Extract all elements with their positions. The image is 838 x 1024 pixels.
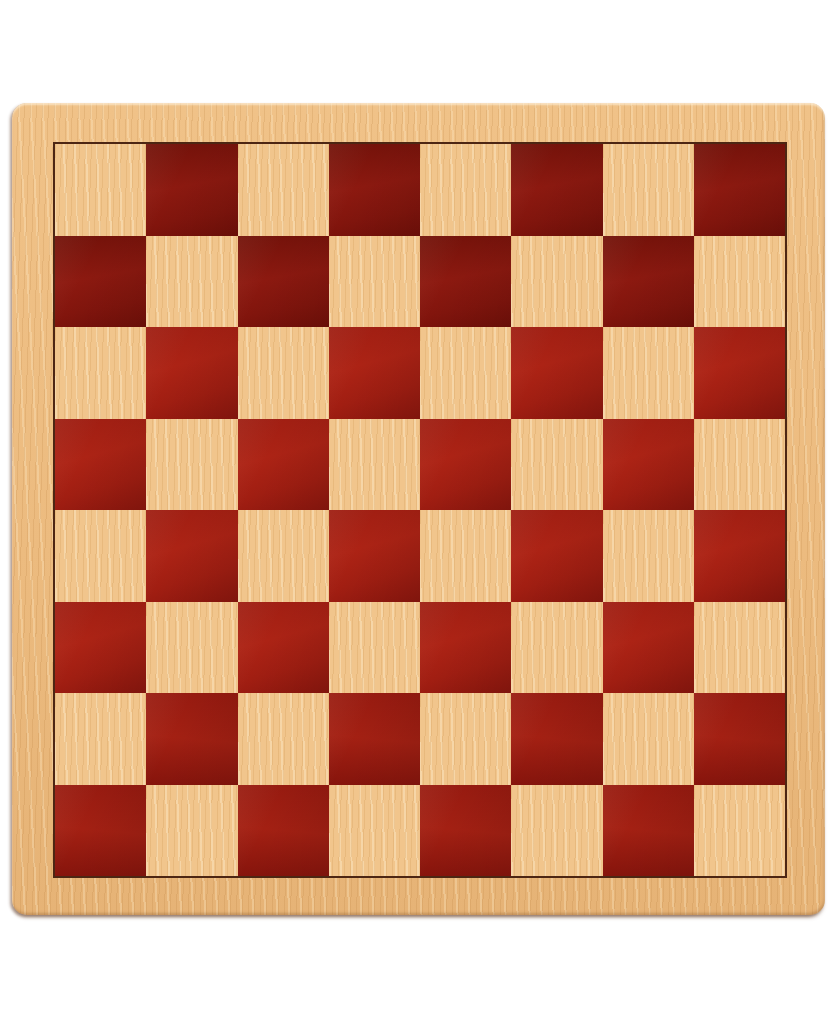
square-h6[interactable] [694,327,785,419]
square-f6[interactable] [511,327,602,419]
square-c1[interactable] [238,785,329,877]
square-h1[interactable] [694,785,785,877]
square-a3[interactable] [55,602,146,694]
square-d4[interactable] [329,510,420,602]
square-a7[interactable] [55,236,146,328]
square-g2[interactable] [603,693,694,785]
square-g7[interactable] [603,236,694,328]
playing-area [53,142,787,878]
square-e8[interactable] [420,144,511,236]
square-f3[interactable] [511,602,602,694]
square-f1[interactable] [511,785,602,877]
square-b1[interactable] [146,785,237,877]
square-d7[interactable] [329,236,420,328]
square-g1[interactable] [603,785,694,877]
square-h2[interactable] [694,693,785,785]
square-g8[interactable] [603,144,694,236]
square-e4[interactable] [420,510,511,602]
square-b6[interactable] [146,327,237,419]
square-e5[interactable] [420,419,511,511]
square-b7[interactable] [146,236,237,328]
square-a5[interactable] [55,419,146,511]
square-a8[interactable] [55,144,146,236]
square-g6[interactable] [603,327,694,419]
square-g4[interactable] [603,510,694,602]
square-e6[interactable] [420,327,511,419]
square-e1[interactable] [420,785,511,877]
square-a1[interactable] [55,785,146,877]
square-f4[interactable] [511,510,602,602]
square-f2[interactable] [511,693,602,785]
square-e7[interactable] [420,236,511,328]
square-c6[interactable] [238,327,329,419]
square-d5[interactable] [329,419,420,511]
square-c5[interactable] [238,419,329,511]
square-b2[interactable] [146,693,237,785]
square-d8[interactable] [329,144,420,236]
square-b4[interactable] [146,510,237,602]
square-d1[interactable] [329,785,420,877]
square-h4[interactable] [694,510,785,602]
checkerboard [12,103,825,915]
square-c8[interactable] [238,144,329,236]
product-photo-background [0,0,838,1024]
square-f7[interactable] [511,236,602,328]
square-f5[interactable] [511,419,602,511]
square-b3[interactable] [146,602,237,694]
square-a2[interactable] [55,693,146,785]
square-d2[interactable] [329,693,420,785]
square-c7[interactable] [238,236,329,328]
square-g5[interactable] [603,419,694,511]
square-e3[interactable] [420,602,511,694]
square-e2[interactable] [420,693,511,785]
square-d3[interactable] [329,602,420,694]
square-a6[interactable] [55,327,146,419]
square-h3[interactable] [694,602,785,694]
square-c2[interactable] [238,693,329,785]
square-c3[interactable] [238,602,329,694]
square-g3[interactable] [603,602,694,694]
square-h8[interactable] [694,144,785,236]
square-h5[interactable] [694,419,785,511]
square-a4[interactable] [55,510,146,602]
square-b8[interactable] [146,144,237,236]
square-h7[interactable] [694,236,785,328]
square-c4[interactable] [238,510,329,602]
square-b5[interactable] [146,419,237,511]
square-f8[interactable] [511,144,602,236]
square-d6[interactable] [329,327,420,419]
